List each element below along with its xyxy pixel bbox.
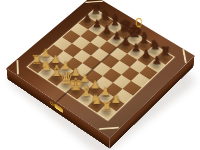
scene: ♜♞♝♛♚♝♞♜♟♟♟♟♟♟♟♟♟♟♟♟♟♟♟♟♜♞♝♛♚♝♞♜ [0, 0, 200, 150]
white-rook[interactable]: ♜ [95, 97, 118, 112]
latch-body [54, 103, 63, 113]
board-face: ♜♞♝♛♚♝♞♜♟♟♟♟♟♟♟♟♟♟♟♟♟♟♟♟♜♞♝♛♚♝♞♜ [6, 0, 194, 138]
folding-chess-box: ♜♞♝♛♚♝♞♜♟♟♟♟♟♟♟♟♟♟♟♟♟♟♟♟♜♞♝♛♚♝♞♜ [8, 6, 194, 149]
photo-background: ♜♞♝♛♚♝♞♜♟♟♟♟♟♟♟♟♟♟♟♟♟♟♟♟♜♞♝♛♚♝♞♜ [0, 0, 200, 150]
black-pawn[interactable]: ♟ [145, 52, 167, 65]
latch-ring [50, 101, 54, 107]
